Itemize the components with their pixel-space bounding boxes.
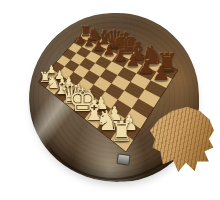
chess-board [0,0,220,200]
photo-canvas: ♜♞♝♛♚♝♞♜♟♟♟♟♟♟♟♟♟♟♟♟♟♟♟♟♜♞♝♛♚♝♞♜ [0,0,220,200]
metal-clasp [116,153,130,166]
